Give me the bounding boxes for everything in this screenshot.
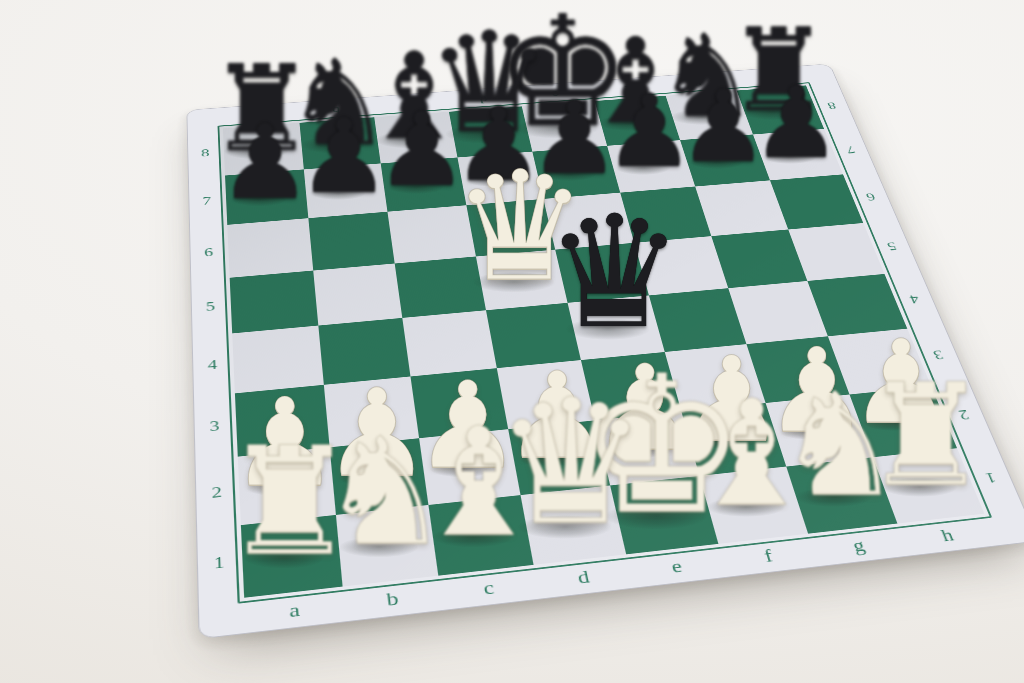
piece-black-pawn-a7[interactable]: ♟ (218, 110, 311, 214)
pieces-layer: ♜♞♝♛♚♝♞♜♟♟♟♟♟♟♟♟♛♛♟♟♟♟♟♟♟♟♜♞♝♛♚♝♞♜ (0, 0, 1024, 683)
piece-white-rook-a1[interactable]: ♜ (223, 428, 356, 577)
piece-black-queen-e4[interactable]: ♛ (545, 195, 684, 350)
photo-scene: abcdefgh abcdefgh 87654321 87654321 ♜♞♝♛… (0, 0, 1024, 683)
